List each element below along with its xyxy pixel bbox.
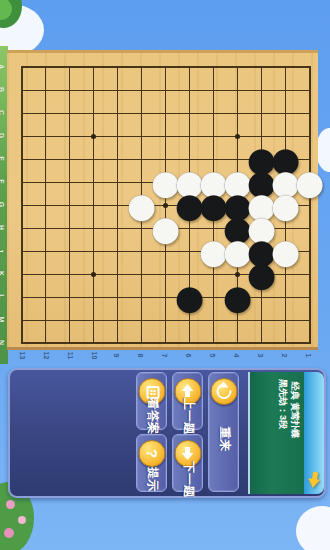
star-point (91, 272, 96, 277)
grid-vline (309, 66, 311, 344)
restart-button[interactable]: 重来 (208, 372, 239, 492)
board-col-number: 2 (283, 352, 287, 359)
board-row-letter: L (0, 293, 3, 300)
app-screen: ●●●●●●●●●●●●●●●●●●●●●●●●●ABCDEFGHJKLMN13… (0, 0, 330, 550)
restart-icon (210, 378, 237, 405)
grid-hline (21, 320, 311, 321)
previous-problem-button[interactable]: 上一题 (172, 372, 203, 430)
view-answer-button[interactable]: 看答案 (136, 372, 167, 430)
board-col-number: 1 (307, 352, 311, 359)
board-col-number: 12 (43, 352, 51, 359)
star-point (235, 272, 240, 277)
board-row-letter: E (0, 155, 4, 162)
grid-hline (21, 297, 311, 298)
white-stone[interactable]: ● (151, 213, 181, 243)
board-col-number: 13 (19, 352, 27, 359)
hint-button[interactable]: ? 提示 (136, 434, 167, 492)
collapse-arrow-icon[interactable] (307, 471, 321, 489)
board-row-letter: F (0, 178, 3, 185)
board-row-letter: M (0, 316, 5, 323)
board-row-letter: C (0, 109, 4, 116)
board-row-letter: K (0, 270, 4, 277)
board-row-letter: H (0, 224, 4, 231)
next-problem-button[interactable]: 下一题 (172, 434, 203, 492)
board-col-number: 7 (163, 352, 167, 359)
star-point (91, 134, 96, 139)
board-col-number: 10 (91, 352, 99, 359)
board-col-number: 3 (259, 352, 263, 359)
grid-hline (21, 342, 311, 344)
problem-task: 黑先劫：3段 (276, 379, 289, 429)
black-stone[interactable]: ● (175, 282, 205, 312)
board-col-number: 11 (67, 352, 74, 359)
problem-title: 经典 黄莺扑蝶 (288, 382, 301, 439)
board-row-letter: A (0, 63, 4, 70)
black-stone[interactable]: ● (223, 282, 253, 312)
star-point (163, 203, 168, 208)
question-icon: ? (138, 440, 165, 467)
board-col-number: 8 (139, 352, 143, 359)
board-col-number: 5 (211, 352, 215, 359)
board-row-letter: D (0, 132, 4, 139)
board-row-letter: J (0, 247, 3, 254)
control-panel: 看答案 ? 提示 上一题 下一题 重来 经典 黄莺 (8, 368, 326, 498)
board-col-number: 6 (187, 352, 191, 359)
hint-label: 提示 (143, 467, 160, 491)
board-col-number: 4 (235, 352, 239, 359)
board-row-letter: G (0, 201, 4, 208)
next-problem-label: 下一题 (179, 461, 196, 497)
board-row-letter: B (0, 86, 4, 93)
view-answer-label: 看答案 (143, 398, 160, 434)
previous-problem-label: 上一题 (179, 398, 196, 434)
panel-edge-strip (304, 372, 324, 494)
problem-info-panel: 经典 黄莺扑蝶 黑先劫：3段 (248, 372, 306, 494)
restart-label: 重来 (215, 427, 232, 451)
board-row-letter: N (0, 339, 4, 346)
board-col-number: 9 (115, 352, 119, 359)
star-point (235, 134, 240, 139)
